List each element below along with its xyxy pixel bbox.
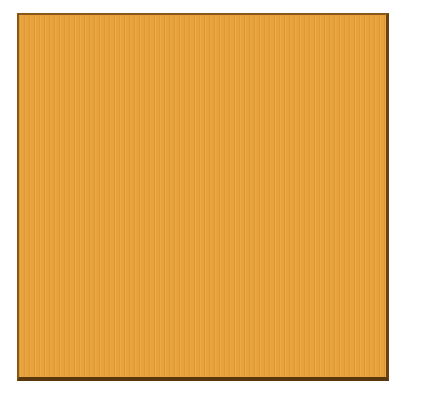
go-board [17,13,389,381]
screenshot-root [0,0,443,412]
go-grid [20,16,383,381]
